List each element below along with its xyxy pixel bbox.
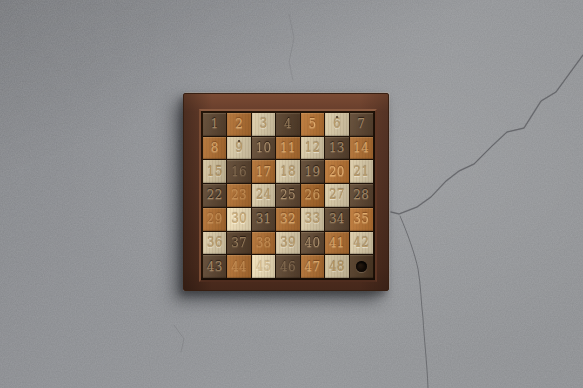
tile-31[interactable]: 31 bbox=[252, 208, 275, 231]
tile-number: 17 bbox=[256, 166, 272, 178]
tile-4[interactable]: 4 bbox=[276, 113, 299, 136]
tile-number: 46 bbox=[280, 261, 296, 273]
tile-14[interactable]: 14 bbox=[350, 137, 373, 160]
tile-number: 22 bbox=[207, 189, 223, 201]
tile-number: 19 bbox=[304, 166, 320, 178]
tile-number: 13 bbox=[329, 142, 345, 154]
tile-number: 30 bbox=[231, 213, 247, 225]
tile-number: 8 bbox=[211, 142, 219, 154]
tile-28[interactable]: 28 bbox=[350, 184, 373, 207]
tile-46[interactable]: 46 bbox=[276, 255, 299, 278]
tile-number: 40 bbox=[304, 237, 320, 249]
tile-11[interactable]: 11 bbox=[276, 137, 299, 160]
tile-36[interactable]: 36 bbox=[203, 232, 226, 255]
tile-number: 32 bbox=[280, 213, 296, 225]
tile-5[interactable]: 5 bbox=[301, 113, 324, 136]
tile-18[interactable]: 18 bbox=[276, 160, 299, 183]
tile-41[interactable]: 41 bbox=[325, 232, 348, 255]
tile-45[interactable]: 45 bbox=[252, 255, 275, 278]
tile-number: 42 bbox=[353, 237, 369, 249]
tile-number: 18 bbox=[280, 166, 296, 178]
orientation-dot bbox=[336, 116, 338, 118]
tile-number: 29 bbox=[207, 213, 223, 225]
tile-number: 14 bbox=[353, 142, 369, 154]
tile-1[interactable]: 1 bbox=[203, 113, 226, 136]
tile-16[interactable]: 16 bbox=[227, 160, 250, 183]
tile-6[interactable]: 6 bbox=[325, 113, 348, 136]
tile-48[interactable]: 48 bbox=[325, 255, 348, 278]
tile-number: 28 bbox=[353, 189, 369, 201]
tile-24[interactable]: 24 bbox=[252, 184, 275, 207]
tile-number: 15 bbox=[207, 166, 223, 178]
tile-27[interactable]: 27 bbox=[325, 184, 348, 207]
tile-number: 20 bbox=[329, 166, 345, 178]
tile-38[interactable]: 38 bbox=[252, 232, 275, 255]
tile-2[interactable]: 2 bbox=[227, 113, 250, 136]
tile-21[interactable]: 21 bbox=[350, 160, 373, 183]
tile-22[interactable]: 22 bbox=[203, 184, 226, 207]
tile-35[interactable]: 35 bbox=[350, 208, 373, 231]
tile-number: 35 bbox=[353, 213, 369, 225]
tile-15[interactable]: 15 bbox=[203, 160, 226, 183]
tile-number: 5 bbox=[308, 118, 316, 130]
tile-19[interactable]: 19 bbox=[301, 160, 324, 183]
tile-25[interactable]: 25 bbox=[276, 184, 299, 207]
tile-number: 9 bbox=[235, 142, 243, 154]
tile-number: 48 bbox=[329, 261, 345, 273]
tile-number: 27 bbox=[329, 189, 345, 201]
tile-number: 41 bbox=[329, 237, 345, 249]
orientation-dot bbox=[238, 140, 240, 142]
tile-number: 26 bbox=[304, 189, 320, 201]
tile-number: 1 bbox=[211, 118, 219, 130]
tile-40[interactable]: 40 bbox=[301, 232, 324, 255]
wooden-puzzle-board: 1234567891011121314151617181920212223242… bbox=[183, 93, 389, 291]
tile-number: 11 bbox=[280, 142, 296, 154]
finger-hole bbox=[356, 261, 367, 272]
tile-29[interactable]: 29 bbox=[203, 208, 226, 231]
tile-number: 37 bbox=[231, 237, 247, 249]
tile-43[interactable]: 43 bbox=[203, 255, 226, 278]
tile-number: 21 bbox=[353, 166, 369, 178]
tile-13[interactable]: 13 bbox=[325, 137, 348, 160]
tile-number: 31 bbox=[256, 213, 272, 225]
tile-number: 25 bbox=[280, 189, 296, 201]
tile-number: 47 bbox=[304, 261, 320, 273]
tile-26[interactable]: 26 bbox=[301, 184, 324, 207]
tile-23[interactable]: 23 bbox=[227, 184, 250, 207]
tile-number: 44 bbox=[231, 261, 247, 273]
tile-number: 16 bbox=[231, 166, 247, 178]
tile-30[interactable]: 30 bbox=[227, 208, 250, 231]
tile-number: 39 bbox=[280, 237, 296, 249]
tile-grid: 1234567891011121314151617181920212223242… bbox=[203, 113, 373, 278]
tile-number: 23 bbox=[231, 189, 247, 201]
tile-number: 34 bbox=[329, 213, 345, 225]
tile-32[interactable]: 32 bbox=[276, 208, 299, 231]
tile-9[interactable]: 9 bbox=[227, 137, 250, 160]
tile-34[interactable]: 34 bbox=[325, 208, 348, 231]
tile-7[interactable]: 7 bbox=[350, 113, 373, 136]
tile-3[interactable]: 3 bbox=[252, 113, 275, 136]
tile-number: 2 bbox=[235, 118, 243, 130]
concrete-wall-background: 1234567891011121314151617181920212223242… bbox=[0, 0, 583, 388]
tile-17[interactable]: 17 bbox=[252, 160, 275, 183]
tile-number: 10 bbox=[256, 142, 272, 154]
tile-number: 33 bbox=[304, 213, 320, 225]
tile-12[interactable]: 12 bbox=[301, 137, 324, 160]
tile-number: 4 bbox=[284, 118, 292, 130]
tile-33[interactable]: 33 bbox=[301, 208, 324, 231]
tile-47[interactable]: 47 bbox=[301, 255, 324, 278]
tile-20[interactable]: 20 bbox=[325, 160, 348, 183]
board-frame-lip: 1234567891011121314151617181920212223242… bbox=[199, 109, 377, 282]
tile-44[interactable]: 44 bbox=[227, 255, 250, 278]
hole-tile[interactable] bbox=[350, 255, 373, 278]
tile-39[interactable]: 39 bbox=[276, 232, 299, 255]
tile-number: 38 bbox=[256, 237, 272, 249]
tile-number: 43 bbox=[207, 261, 223, 273]
tile-8[interactable]: 8 bbox=[203, 137, 226, 160]
tile-number: 36 bbox=[207, 237, 223, 249]
tile-10[interactable]: 10 bbox=[252, 137, 275, 160]
tile-number: 7 bbox=[357, 118, 365, 130]
tile-37[interactable]: 37 bbox=[227, 232, 250, 255]
tile-number: 12 bbox=[304, 142, 320, 154]
tile-number: 24 bbox=[256, 189, 272, 201]
tile-number: 45 bbox=[256, 261, 272, 273]
tile-number: 3 bbox=[260, 118, 268, 130]
tile-42[interactable]: 42 bbox=[350, 232, 373, 255]
tile-number: 6 bbox=[333, 118, 341, 130]
